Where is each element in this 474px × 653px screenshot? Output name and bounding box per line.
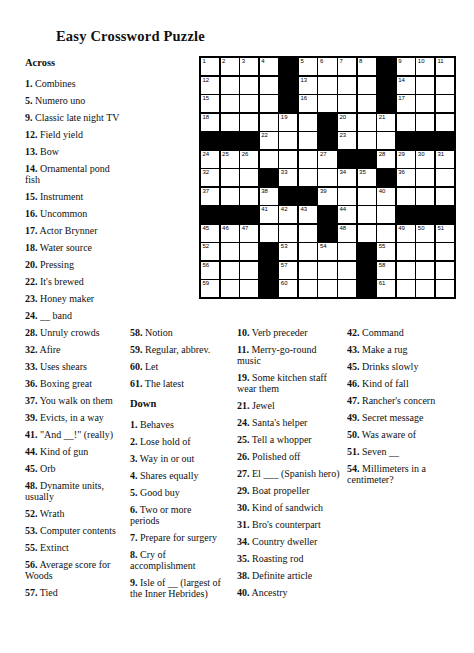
white-cell[interactable] [377, 132, 395, 149]
white-cell[interactable] [318, 95, 336, 112]
white-cell[interactable]: 8 [358, 58, 376, 75]
black-cell [279, 77, 297, 94]
cell-number: 40 [379, 188, 386, 195]
white-cell[interactable] [240, 280, 258, 297]
white-cell[interactable]: 26 [240, 151, 258, 168]
cell-number: 29 [398, 151, 405, 158]
white-cell[interactable]: 51 [436, 225, 454, 242]
white-cell[interactable]: 41 [260, 206, 278, 223]
black-cell [436, 132, 454, 149]
down-clue-50: 50. Was aware of [347, 429, 449, 440]
black-cell [338, 151, 356, 168]
across-header: Across [25, 57, 125, 68]
white-cell[interactable]: 40 [377, 188, 395, 205]
across-clue-17: 17. Actor Brynner [25, 225, 125, 236]
black-cell [377, 95, 395, 112]
down-clue-21: 21. Jewel [237, 400, 340, 411]
white-cell[interactable]: 36 [397, 169, 415, 186]
white-cell[interactable]: 45 [201, 225, 219, 242]
down-clue-2: 2. Lose hold of [130, 436, 222, 447]
white-cell[interactable] [397, 188, 415, 205]
across-clue-59: 59. Regular, abbrev. [130, 344, 222, 355]
cell-number: 37 [203, 188, 210, 195]
down-clue-51: 51. Seven __ [347, 446, 449, 457]
white-cell[interactable] [260, 95, 278, 112]
cell-number: 58 [379, 262, 386, 269]
white-cell[interactable]: 19 [279, 114, 297, 131]
across-clue-56: 56. Average score for Woods [25, 559, 125, 581]
black-cell [260, 169, 278, 186]
down-clue-47: 47. Rancher's concern [347, 395, 449, 406]
cell-number: 60 [281, 280, 288, 287]
down-header: Down [130, 398, 222, 409]
cell-number: 31 [437, 151, 444, 158]
down-clue-5: 5. Good buy [130, 487, 222, 498]
cell-number: 45 [203, 225, 210, 232]
across-clue-60: 60. Let [130, 361, 222, 372]
cell-number: 53 [281, 243, 288, 250]
cell-number: 21 [379, 114, 386, 121]
white-cell[interactable] [436, 169, 454, 186]
white-cell[interactable]: 61 [377, 280, 395, 297]
down-clue-11: 11. Merry-go-round music [237, 344, 340, 366]
white-cell[interactable] [240, 169, 258, 186]
white-cell[interactable]: 57 [279, 262, 297, 279]
white-cell[interactable] [240, 95, 258, 112]
white-cell[interactable]: 28 [377, 151, 395, 168]
down-clue-1: 1. Behaves [130, 419, 222, 430]
black-cell [279, 58, 297, 75]
white-cell[interactable] [338, 280, 356, 297]
white-cell[interactable]: 24 [201, 151, 219, 168]
white-cell[interactable]: 2 [221, 58, 239, 75]
down-clue-7: 7. Prepare for surgery [130, 532, 222, 543]
down-clue-35: 35. Roasting rod [237, 553, 340, 564]
across-clue-15: 15. Instrument [25, 191, 125, 202]
white-cell[interactable] [221, 95, 239, 112]
cell-number: 43 [300, 206, 307, 213]
white-cell[interactable]: 49 [397, 225, 415, 242]
across-clue-45: 45. Orb [25, 463, 125, 474]
cell-number: 46 [222, 225, 229, 232]
white-cell[interactable] [299, 151, 317, 168]
cell-number: 18 [203, 114, 210, 121]
cell-number: 36 [398, 169, 405, 176]
white-cell[interactable]: 47 [240, 225, 258, 242]
white-cell[interactable]: 21 [377, 114, 395, 131]
cell-number: 4 [261, 58, 264, 65]
white-cell[interactable] [358, 225, 376, 242]
black-cell [377, 77, 395, 94]
white-cell[interactable]: 35 [358, 169, 376, 186]
white-cell[interactable]: 52 [201, 243, 219, 260]
white-cell[interactable] [338, 262, 356, 279]
black-cell [318, 114, 336, 131]
white-cell[interactable]: 50 [416, 225, 434, 242]
cell-number: 25 [222, 151, 229, 158]
white-cell[interactable]: 29 [397, 151, 415, 168]
black-cell [240, 206, 258, 223]
down-clue-29: 29. Boat propeller [237, 485, 340, 496]
white-cell[interactable] [221, 169, 239, 186]
across-clue-12: 12. Field yield [25, 129, 125, 140]
white-cell[interactable]: 58 [377, 262, 395, 279]
white-cell[interactable]: 11 [436, 58, 454, 75]
white-cell[interactable]: 54 [318, 243, 336, 260]
cell-number: 28 [379, 151, 386, 158]
black-cell [377, 169, 395, 186]
white-cell[interactable]: 4 [260, 58, 278, 75]
black-cell [397, 206, 415, 223]
black-cell [260, 262, 278, 279]
white-cell[interactable] [299, 262, 317, 279]
across-clue-33: 33. Uses shears [25, 361, 125, 372]
cell-number: 47 [242, 225, 249, 232]
white-cell[interactable]: 38 [260, 188, 278, 205]
white-cell[interactable]: 25 [221, 151, 239, 168]
down-clue-9: 9. Isle of __ (largest of the Inner Hebr… [130, 577, 222, 599]
cell-number: 41 [261, 206, 268, 213]
down-clue-54: 54. Millimeters in a centimeter? [347, 463, 449, 485]
white-cell[interactable]: 43 [299, 206, 317, 223]
white-cell[interactable] [338, 243, 356, 260]
white-cell[interactable] [221, 114, 239, 131]
down-clue-38: 38. Definite article [237, 570, 340, 581]
white-cell[interactable] [318, 169, 336, 186]
white-cell[interactable]: 46 [221, 225, 239, 242]
black-cell [221, 132, 239, 149]
white-cell[interactable]: 30 [416, 151, 434, 168]
white-cell[interactable]: 27 [318, 151, 336, 168]
white-cell[interactable]: 17 [397, 95, 415, 112]
white-cell[interactable] [397, 243, 415, 260]
white-cell[interactable] [436, 243, 454, 260]
white-cell[interactable] [299, 132, 317, 149]
white-cell[interactable] [358, 132, 376, 149]
white-cell[interactable] [436, 95, 454, 112]
across-clue-23: 23. Honey maker [25, 293, 125, 304]
cell-number: 2 [222, 58, 225, 65]
white-cell[interactable] [377, 206, 395, 223]
white-cell[interactable]: 60 [279, 280, 297, 297]
black-cell [358, 151, 376, 168]
white-cell[interactable]: 53 [279, 243, 297, 260]
white-cell[interactable]: 31 [436, 151, 454, 168]
across-clue-48: 48. Dynamite units, usually [25, 480, 125, 502]
black-cell [416, 132, 434, 149]
cell-number: 44 [340, 206, 347, 213]
black-cell [260, 243, 278, 260]
white-cell[interactable]: 39 [318, 188, 336, 205]
white-cell[interactable]: 55 [377, 243, 395, 260]
down-clue-43: 43. Make a rug [347, 344, 449, 355]
cell-number: 35 [359, 169, 366, 176]
across-clue-13: 13. Bow [25, 146, 125, 157]
cell-number: 55 [379, 243, 386, 250]
white-cell[interactable] [436, 188, 454, 205]
white-cell[interactable]: 15 [201, 95, 219, 112]
white-cell[interactable]: 12 [201, 77, 219, 94]
down-clue-42: 42. Command [347, 327, 449, 338]
white-cell[interactable]: 10 [416, 58, 434, 75]
across-clue-24: 24. __ band [25, 310, 125, 321]
cell-number: 56 [203, 262, 210, 269]
down-clue-6: 6. Two or more periods [130, 504, 222, 526]
cell-number: 39 [320, 188, 327, 195]
down-clue-31: 31. Bro's counterpart [237, 519, 340, 530]
white-cell[interactable] [358, 188, 376, 205]
cell-number: 16 [300, 95, 307, 102]
cell-number: 10 [418, 58, 425, 65]
cell-number: 13 [300, 77, 307, 84]
across-clue-53: 53. Computer contents [25, 525, 125, 536]
white-cell[interactable] [416, 95, 434, 112]
white-cell[interactable] [436, 280, 454, 297]
white-cell[interactable] [416, 169, 434, 186]
white-cell[interactable] [299, 280, 317, 297]
clues-column-2: 58. Notion59. Regular, abbrev.60. Let61.… [130, 327, 222, 605]
down-clue-34: 34. Country dweller [237, 536, 340, 547]
white-cell[interactable] [240, 262, 258, 279]
white-cell[interactable]: 7 [338, 58, 356, 75]
cell-number: 11 [437, 58, 443, 65]
white-cell[interactable] [358, 77, 376, 94]
across-clues-part1: 1. Combines5. Numero uno9. Classic late … [25, 78, 125, 598]
black-cell [201, 132, 219, 149]
white-cell[interactable]: 6 [318, 58, 336, 75]
black-cell [318, 132, 336, 149]
black-cell [260, 280, 278, 297]
across-clue-14: 14. Ornamental pond fish [25, 163, 125, 185]
cell-number: 3 [242, 58, 245, 65]
white-cell[interactable] [279, 225, 297, 242]
white-cell[interactable] [416, 280, 434, 297]
across-clue-44: 44. Kind of gun [25, 446, 125, 457]
down-clues-part3: 42. Command43. Make a rug45. Drinks slow… [347, 327, 449, 485]
white-cell[interactable] [338, 77, 356, 94]
cell-number: 49 [398, 225, 405, 232]
cell-number: 32 [203, 169, 210, 176]
cell-number: 17 [398, 95, 405, 102]
across-clue-5: 5. Numero uno [25, 95, 125, 106]
cell-number: 15 [203, 95, 210, 102]
white-cell[interactable] [397, 114, 415, 131]
cell-number: 5 [300, 58, 303, 65]
down-clue-24: 24. Santa's helper [237, 417, 340, 428]
white-cell[interactable]: 5 [299, 58, 317, 75]
white-cell[interactable] [260, 114, 278, 131]
down-clue-46: 46. Kind of fall [347, 378, 449, 389]
across-clue-22: 22. It's brewed [25, 276, 125, 287]
white-cell[interactable]: 16 [299, 95, 317, 112]
white-cell[interactable] [299, 114, 317, 131]
cell-number: 14 [398, 77, 405, 84]
white-cell[interactable] [240, 114, 258, 131]
cell-number: 38 [261, 188, 268, 195]
black-cell [279, 95, 297, 112]
white-cell[interactable] [358, 95, 376, 112]
black-cell [358, 243, 376, 260]
white-cell[interactable] [436, 114, 454, 131]
cell-number: 48 [340, 225, 347, 232]
white-cell[interactable] [221, 77, 239, 94]
across-clue-52: 52. Wrath [25, 508, 125, 519]
cell-number: 1 [203, 58, 206, 65]
down-clue-25: 25. Tell a whopper [237, 434, 340, 445]
down-clues-part2: 10. Verb preceder11. Merry-go-round musi… [237, 327, 340, 598]
white-cell[interactable]: 18 [201, 114, 219, 131]
white-cell[interactable] [240, 188, 258, 205]
white-cell[interactable]: 13 [299, 77, 317, 94]
white-cell[interactable] [279, 132, 297, 149]
white-cell[interactable]: 32 [201, 169, 219, 186]
across-clue-18: 18. Water source [25, 242, 125, 253]
white-cell[interactable] [416, 243, 434, 260]
white-cell[interactable] [416, 188, 434, 205]
white-cell[interactable]: 9 [397, 58, 415, 75]
white-cell[interactable] [416, 114, 434, 131]
across-clue-16: 16. Uncommon [25, 208, 125, 219]
across-clues-column: Across 1. Combines5. Numero uno9. Classi… [25, 57, 125, 604]
white-cell[interactable] [221, 243, 239, 260]
white-cell[interactable] [279, 151, 297, 168]
black-cell [358, 280, 376, 297]
white-cell[interactable] [260, 225, 278, 242]
down-clue-49: 49. Secret message [347, 412, 449, 423]
white-cell[interactable] [416, 262, 434, 279]
white-cell[interactable]: 34 [338, 169, 356, 186]
white-cell[interactable] [318, 77, 336, 94]
down-clue-10: 10. Verb preceder [237, 327, 340, 338]
cell-number: 61 [379, 280, 386, 287]
cell-number: 52 [203, 243, 210, 250]
white-cell[interactable] [221, 262, 239, 279]
across-clue-28: 28. Unruly crowds [25, 327, 125, 338]
white-cell[interactable] [299, 169, 317, 186]
black-cell [416, 206, 434, 223]
across-clue-61: 61. The latest [130, 378, 222, 389]
down-clue-4: 4. Shares equally [130, 470, 222, 481]
cell-number: 59 [203, 280, 210, 287]
clues-column-4: 42. Command43. Make a rug45. Drinks slow… [347, 327, 449, 491]
white-cell[interactable]: 48 [338, 225, 356, 242]
white-cell[interactable] [436, 262, 454, 279]
cell-number: 22 [261, 132, 268, 139]
across-clue-36: 36. Boxing great [25, 378, 125, 389]
white-cell[interactable] [260, 151, 278, 168]
white-cell[interactable] [397, 280, 415, 297]
white-cell[interactable] [338, 95, 356, 112]
white-cell[interactable]: 20 [338, 114, 356, 131]
cell-number: 50 [418, 225, 425, 232]
cell-number: 24 [203, 151, 210, 158]
white-cell[interactable]: 22 [260, 132, 278, 149]
white-cell[interactable] [221, 188, 239, 205]
white-cell[interactable] [397, 262, 415, 279]
down-clue-27: 27. El ___ (Spanish hero) [237, 468, 340, 479]
cell-number: 8 [359, 58, 362, 65]
black-cell [318, 225, 336, 242]
white-cell[interactable]: 56 [201, 262, 219, 279]
white-cell[interactable] [318, 262, 336, 279]
cell-number: 57 [281, 262, 288, 269]
cell-number: 42 [281, 206, 288, 213]
cell-number: 6 [320, 58, 323, 65]
across-clue-32: 32. Afire [25, 344, 125, 355]
cell-number: 7 [340, 58, 343, 65]
across-clue-20: 20. Pressing [25, 259, 125, 270]
white-cell[interactable] [318, 280, 336, 297]
down-clue-8: 8. Cry of accomplishment [130, 549, 222, 571]
white-cell[interactable] [221, 280, 239, 297]
down-clue-19: 19. Some kitchen staff wear them [237, 372, 340, 394]
black-cell [318, 206, 336, 223]
white-cell[interactable] [240, 77, 258, 94]
white-cell[interactable] [240, 243, 258, 260]
cell-number: 9 [398, 58, 401, 65]
white-cell[interactable]: 37 [201, 188, 219, 205]
across-clue-39: 39. Evicts, in a way [25, 412, 125, 423]
down-clue-26: 26. Polished off [237, 451, 340, 462]
black-cell [436, 206, 454, 223]
black-cell [201, 206, 219, 223]
down-clues-part1: 1. Behaves2. Lose hold of3. Way in or ou… [130, 419, 222, 599]
black-cell [358, 262, 376, 279]
white-cell[interactable] [338, 188, 356, 205]
white-cell[interactable]: 23 [338, 132, 356, 149]
cell-number: 54 [320, 243, 327, 250]
black-cell [279, 188, 297, 205]
cell-number: 26 [242, 151, 249, 158]
white-cell[interactable] [299, 225, 317, 242]
cell-number: 23 [340, 132, 347, 139]
white-cell[interactable]: 14 [397, 77, 415, 94]
white-cell[interactable]: 1 [201, 58, 219, 75]
black-cell [221, 206, 239, 223]
cell-number: 30 [418, 151, 425, 158]
white-cell[interactable] [299, 243, 317, 260]
black-cell [240, 132, 258, 149]
cell-number: 19 [281, 114, 288, 121]
crossword-grid: 1234567891011121314151617181920212223242… [199, 56, 456, 299]
cell-number: 20 [340, 114, 347, 121]
down-clue-3: 3. Way in or out [130, 453, 222, 464]
black-cell [377, 58, 395, 75]
white-cell[interactable]: 59 [201, 280, 219, 297]
white-cell[interactable]: 3 [240, 58, 258, 75]
white-cell[interactable] [260, 77, 278, 94]
black-cell [299, 188, 317, 205]
down-clue-30: 30. Kind of sandwich [237, 502, 340, 513]
white-cell[interactable]: 33 [279, 169, 297, 186]
white-cell[interactable] [377, 225, 395, 242]
cell-number: 12 [203, 77, 210, 84]
across-clue-57: 57. Tied [25, 587, 125, 598]
white-cell[interactable]: 42 [279, 206, 297, 223]
across-clue-58: 58. Notion [130, 327, 222, 338]
white-cell[interactable] [358, 206, 376, 223]
clues-column-3: 10. Verb preceder11. Merry-go-round musi… [237, 327, 340, 604]
cell-number: 51 [437, 225, 444, 232]
down-clue-40: 40. Ancestry [237, 587, 340, 598]
white-cell[interactable]: 44 [338, 206, 356, 223]
white-cell[interactable] [358, 114, 376, 131]
cell-number: 27 [320, 151, 327, 158]
across-clue-1: 1. Combines [25, 78, 125, 89]
white-cell[interactable] [436, 77, 454, 94]
cell-number: 34 [340, 169, 347, 176]
white-cell[interactable] [416, 77, 434, 94]
